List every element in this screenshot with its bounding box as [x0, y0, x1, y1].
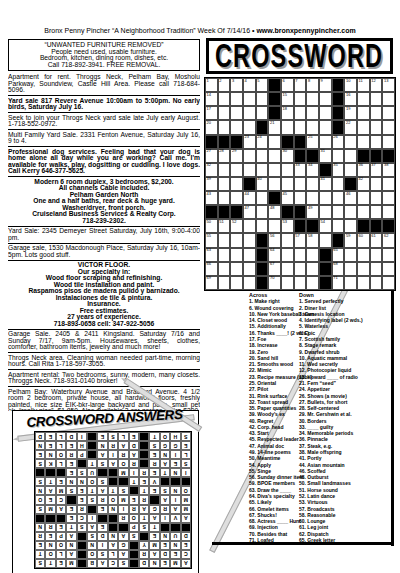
grid-cell [243, 163, 256, 177]
grid-cell [370, 248, 383, 262]
grid-cell: 50 [205, 219, 218, 233]
masthead-url: www.bronxpennypincher.com [256, 27, 355, 34]
answer-cell: T [149, 523, 159, 532]
answer-cell: C [77, 514, 87, 523]
answer-cell: A [139, 505, 149, 514]
crossword-title: CROSSWORD [215, 37, 383, 74]
answer-cell: T [129, 477, 139, 486]
grid-cell [281, 177, 294, 191]
black-cell [281, 135, 294, 149]
grid-cell: 21 [268, 120, 281, 134]
answer-cell: S [139, 523, 149, 532]
grid-cell: 71 [332, 276, 345, 290]
answer-black-cell [77, 550, 87, 559]
grid-cell: 65 [332, 248, 345, 262]
answer-cell: E [149, 468, 159, 477]
answer-cell: I [129, 468, 139, 477]
answer-black-cell [87, 505, 97, 514]
grid-cell [319, 191, 332, 205]
answer-black-cell [45, 468, 55, 477]
answer-cell: I [181, 468, 191, 477]
grid-cell [344, 262, 357, 276]
answer-cell: T [45, 559, 55, 568]
grid-cell [243, 262, 256, 276]
answer-black-cell [87, 432, 97, 441]
answer-cell: O [56, 541, 66, 550]
grid-cell [332, 191, 345, 205]
clue-number: 25 [308, 135, 312, 140]
grid-cell: 11 [357, 78, 370, 92]
answer-cell: E [35, 541, 45, 550]
black-cell [230, 205, 243, 219]
answer-cell: E [35, 450, 45, 459]
grid-cell [344, 163, 357, 177]
answer-cell: E [45, 432, 55, 441]
black-cell [332, 120, 345, 134]
answer-cell: S [149, 441, 159, 450]
answer-cell: O [56, 450, 66, 459]
grid-cell [218, 106, 231, 120]
answer-black-cell [87, 441, 97, 450]
answer-black-cell [181, 477, 191, 486]
grid-cell [243, 233, 256, 247]
answer-cell: S [35, 459, 45, 468]
answer-cell: A [118, 441, 128, 450]
black-cell [294, 205, 307, 219]
answer-black-cell [129, 550, 139, 559]
answer-cell: S [87, 495, 97, 504]
answer-cell: I [170, 450, 180, 459]
grid-cell: 4 [243, 78, 256, 92]
grid-cell: 30 [281, 149, 294, 163]
answer-cell: U [87, 468, 97, 477]
grid-cell [370, 135, 383, 149]
answer-cell: L [56, 550, 66, 559]
grid-cell: 29 [230, 149, 243, 163]
black-cell [256, 120, 269, 134]
grid-cell [382, 92, 395, 106]
grid-cell: 52 [230, 219, 243, 233]
answer-cell: M [66, 559, 76, 568]
answer-cell: E [77, 495, 87, 504]
black-cell [205, 135, 218, 149]
grid-cell: 70 [268, 276, 281, 290]
answer-cell: E [77, 486, 87, 495]
grid-cell [218, 92, 231, 106]
grid-cell [357, 248, 370, 262]
answer-black-cell [118, 477, 128, 486]
answer-cell: M [170, 559, 180, 568]
grid-cell [218, 233, 231, 247]
answer-cell: S [87, 532, 97, 541]
grid-cell [230, 120, 243, 134]
answer-cell: S [97, 459, 107, 468]
answer-cell: E [129, 495, 139, 504]
answer-cell: E [45, 532, 55, 541]
black-cell [294, 149, 307, 163]
grid-cell: 8 [306, 78, 319, 92]
grid-cell [370, 177, 383, 191]
grid-cell [243, 106, 256, 120]
answer-black-cell [149, 495, 159, 504]
clue-number: 21 [270, 121, 274, 126]
grid-cell [344, 276, 357, 290]
masthead: Bronx Penny Pincher “A Neighborhood Trad… [0, 27, 400, 34]
answer-cell: A [56, 505, 66, 514]
grid-cell: 36 [357, 163, 370, 177]
grid-cell: 41 [319, 177, 332, 191]
answer-black-cell [139, 450, 149, 459]
grid-cell [230, 276, 243, 290]
answer-cell: D [97, 532, 107, 541]
answer-cell: M [149, 541, 159, 550]
answer-cell: E [97, 505, 107, 514]
answer-cell: S [160, 486, 170, 495]
black-cell [268, 106, 281, 120]
grid-cell [370, 120, 383, 134]
grid-cell [370, 262, 383, 276]
answer-cell: B [87, 559, 97, 568]
grid-cell [243, 120, 256, 134]
answer-cell: D [66, 432, 76, 441]
grid-cell: 33 [294, 163, 307, 177]
clue-item: 23. Recipe measure (abbr.) [249, 374, 299, 380]
black-cell [306, 219, 319, 233]
grid-cell [243, 248, 256, 262]
grid-cell [357, 262, 370, 276]
classified-ad: Multi Family Yard Sale. 2331 Fenton Aven… [8, 130, 200, 147]
answer-black-cell [170, 523, 180, 532]
answer-cell: L [118, 432, 128, 441]
down-list: 1. Served perfectly2. Diner list3. Genes… [299, 298, 394, 543]
clue-item: 6. Wound covering [249, 305, 299, 311]
clue-number: 34 [308, 163, 312, 168]
grid-cell [370, 191, 383, 205]
black-cell [357, 219, 370, 233]
clue-number: 43 [207, 192, 211, 197]
grid-cell [294, 92, 307, 106]
answer-black-cell [170, 477, 180, 486]
answer-cell: A [97, 450, 107, 459]
grid-cell: 18 [281, 106, 294, 120]
answer-black-cell [56, 468, 66, 477]
clue-item: 59. BPOE members [249, 480, 299, 486]
clue-number: 27 [207, 149, 211, 154]
answer-cell: N [97, 441, 107, 450]
grid-cell: 20 [205, 120, 218, 134]
answer-cell: N [160, 450, 170, 459]
answer-cell: T [149, 432, 159, 441]
answer-cell: E [170, 459, 180, 468]
black-cell [332, 233, 345, 247]
clue-number: 52 [232, 220, 236, 225]
grid-cell [230, 92, 243, 106]
clue-number: 22 [346, 121, 350, 126]
answer-cell: S [181, 459, 191, 468]
grid-cell: 34 [306, 163, 319, 177]
answer-cell: T [35, 550, 45, 559]
clue-number: 24 [257, 135, 261, 140]
grid-cell [218, 191, 231, 205]
grid-cell [332, 149, 345, 163]
answer-cell: O [129, 514, 139, 523]
answer-cell: E [66, 441, 76, 450]
clue-number: 14 [207, 93, 211, 98]
clue-number: 54 [321, 220, 325, 225]
grid-cell [306, 248, 319, 262]
answer-cell: N [149, 559, 159, 568]
black-cell [344, 177, 357, 191]
grid-cell [382, 191, 395, 205]
classified-ad: Seek to join your Throgs Neck yard sale … [8, 113, 200, 130]
answer-cell: E [181, 441, 191, 450]
black-cell [382, 219, 395, 233]
grid-cell [382, 205, 395, 219]
clue-number: 39 [207, 177, 211, 182]
answer-cell: R [118, 450, 128, 459]
clue-number: 1 [207, 79, 209, 84]
grid-cell [319, 120, 332, 134]
grid-cell [319, 135, 332, 149]
grid-cell: 66 [205, 262, 218, 276]
answer-cell: R [45, 523, 55, 532]
clue-number: 2 [219, 79, 221, 84]
clue-number: 20 [207, 121, 211, 126]
clue-number: 23 [245, 135, 249, 140]
black-cell [294, 219, 307, 233]
answer-black-cell [77, 532, 87, 541]
black-cell [205, 205, 218, 219]
grid-cell [306, 262, 319, 276]
answer-cell: R [35, 532, 45, 541]
grid-cell [268, 149, 281, 163]
grid-cell [256, 191, 269, 205]
grid-cell: 57 [294, 233, 307, 247]
grid-cell [319, 92, 332, 106]
grid-cell [382, 262, 395, 276]
grid-cell [306, 106, 319, 120]
grid-cell [281, 233, 294, 247]
black-cell [332, 78, 345, 92]
clue-number: 61 [371, 234, 375, 239]
grid-cell [256, 205, 269, 219]
answer-cell: N [35, 441, 45, 450]
grid-cell [218, 163, 231, 177]
answer-cell: T [66, 523, 76, 532]
answer-black-cell [160, 523, 170, 532]
answer-cell: R [149, 459, 159, 468]
answer-black-cell [87, 450, 97, 459]
grid-cell [256, 149, 269, 163]
grid-cell [294, 106, 307, 120]
black-cell [256, 233, 269, 247]
answer-cell: A [129, 450, 139, 459]
grid-cell: 9 [319, 78, 332, 92]
grid-cell [230, 163, 243, 177]
answer-cell: A [160, 459, 170, 468]
grid-cell [281, 120, 294, 134]
clue-number: 64 [270, 248, 274, 253]
answer-cell: S [35, 505, 45, 514]
grid-cell: 42 [357, 177, 370, 191]
answer-black-cell [45, 514, 55, 523]
clue-number: 71 [333, 276, 337, 281]
clue-number: 70 [270, 276, 274, 281]
answer-cell: S [35, 477, 45, 486]
grid-cell: 38 [382, 163, 395, 177]
answer-cell: E [97, 432, 107, 441]
grid-cell: 61 [370, 233, 383, 247]
grid-cell [230, 191, 243, 205]
black-cell [268, 78, 281, 92]
clue-number: 49 [308, 206, 312, 211]
clue-number: 66 [207, 262, 211, 267]
grid-cell [230, 177, 243, 191]
grid-cell [268, 177, 281, 191]
answer-cell: R [139, 495, 149, 504]
answer-black-cell [35, 468, 45, 477]
answer-cell: R [108, 441, 118, 450]
answer-cell: N [170, 541, 180, 550]
grid-cell [230, 233, 243, 247]
clue-number: 6 [283, 79, 285, 84]
black-cell [218, 205, 231, 219]
clue-item: 45. Respected leader [249, 436, 299, 442]
answer-cell: R [129, 505, 139, 514]
clue-number: 32 [207, 163, 211, 168]
classified-ad: Professional dog services. Feeling bad t… [8, 147, 200, 177]
grid-cell [370, 106, 383, 120]
answer-cell: A [97, 559, 107, 568]
answer-black-cell [97, 514, 107, 523]
down-clues: Down 1. Served perfectly2. Diner list3. … [299, 292, 394, 543]
grid-cell: 1 [205, 78, 218, 92]
answer-cell: L [56, 441, 66, 450]
grid-cell [218, 177, 231, 191]
clue-number: 4 [245, 79, 247, 84]
grid-cell: 14 [205, 92, 218, 106]
black-cell [256, 276, 269, 290]
answer-black-cell [139, 432, 149, 441]
grid-cell [256, 92, 269, 106]
grid-cell [256, 163, 269, 177]
answer-cell: P [56, 532, 66, 541]
crossword-title-box: CROSSWORD [206, 38, 393, 74]
answer-cell: A [181, 559, 191, 568]
answer-black-cell [160, 477, 170, 486]
clue-number: 35 [333, 163, 337, 168]
answer-black-cell [108, 514, 118, 523]
answer-cell: D [35, 432, 45, 441]
clue-number: 17 [207, 107, 211, 112]
grid-cell [306, 120, 319, 134]
grid-cell [357, 106, 370, 120]
grid-cell: 12 [370, 78, 383, 92]
answer-black-cell [129, 559, 139, 568]
grid-cell: 67 [268, 262, 281, 276]
answer-cell: S [35, 559, 45, 568]
answer-black-cell [56, 514, 66, 523]
answer-cell: T [108, 486, 118, 495]
answer-cell: N [170, 486, 180, 495]
grid-cell [230, 262, 243, 276]
answer-cell: M [181, 505, 191, 514]
clue-number: 26 [333, 135, 337, 140]
answer-cell: D [181, 532, 191, 541]
clue-number: 63 [207, 248, 211, 253]
answer-cell: T [160, 468, 170, 477]
black-cell [382, 149, 395, 163]
answer-cell: O [45, 550, 55, 559]
grid-cell: 5 [256, 78, 269, 92]
grid-cell: 10 [344, 78, 357, 92]
clue-number: 42 [359, 177, 363, 182]
grid-cell: 55 [205, 233, 218, 247]
classified-ad: “UNWANTED FURNITURE REMOVED”People need … [8, 39, 200, 71]
clue-number: 13 [384, 79, 388, 84]
answer-cell: E [160, 541, 170, 550]
clue-number: 30 [283, 149, 287, 154]
grid-cell: 53 [281, 219, 294, 233]
grid-cell [332, 177, 345, 191]
clue-number: 67 [270, 262, 274, 267]
grid-cell: 40 [256, 177, 269, 191]
answer-black-cell [35, 514, 45, 523]
black-cell [370, 149, 383, 163]
black-cell [332, 106, 345, 120]
clue-item: 71. Loafed [249, 537, 299, 543]
answer-cell: E [149, 532, 159, 541]
answer-cell: R [139, 550, 149, 559]
grid-cell: 23 [243, 135, 256, 149]
grid-cell [256, 106, 269, 120]
answer-cell: D [129, 441, 139, 450]
answer-cell: I [160, 514, 170, 523]
black-cell [370, 219, 383, 233]
clue-number: 57 [295, 234, 299, 239]
answer-cell: S [118, 486, 128, 495]
black-cell [268, 191, 281, 205]
grid-cell [344, 135, 357, 149]
clue-number: 37 [371, 163, 375, 168]
black-cell [281, 205, 294, 219]
grid-cell: 16 [344, 92, 357, 106]
grid-cell: 51 [218, 219, 231, 233]
answer-cell: V [149, 477, 159, 486]
answer-cell: R [77, 505, 87, 514]
answer-cell: M [56, 486, 66, 495]
grid-cell: 28 [218, 149, 231, 163]
grid-cell [344, 219, 357, 233]
answer-cell: H [170, 432, 180, 441]
answer-black-cell [139, 459, 149, 468]
classified-ad: Throgs Neck area. Cleaning woman needed … [8, 353, 200, 370]
grid-cell: 26 [332, 135, 345, 149]
answer-cell: R [66, 450, 76, 459]
answer-cell: O [181, 486, 191, 495]
grid-cell [382, 120, 395, 134]
answer-cell: H [77, 441, 87, 450]
clue-number: 50 [207, 220, 211, 225]
clue-number: 65 [333, 248, 337, 253]
answer-cell: E [66, 459, 76, 468]
grid-cell [268, 135, 281, 149]
grid-cell [281, 248, 294, 262]
clue-number: 11 [359, 79, 363, 84]
answer-cell: E [181, 541, 191, 550]
clue-number: 33 [295, 163, 299, 168]
answer-black-cell [77, 459, 87, 468]
